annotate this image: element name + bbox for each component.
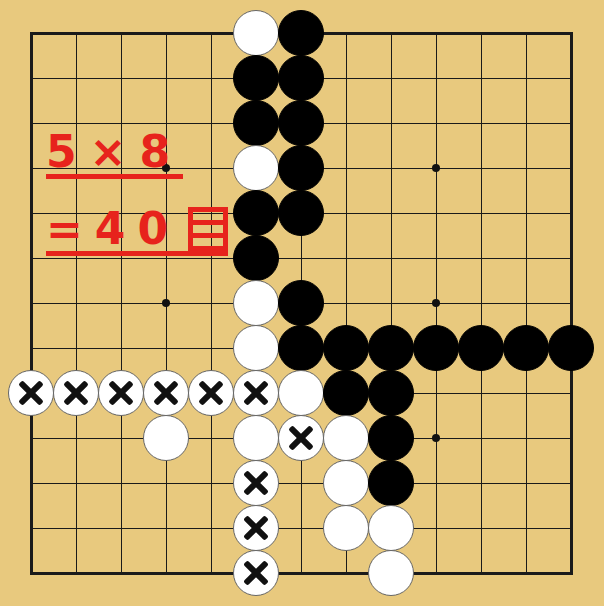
x-mark-icon [240,512,272,544]
black-stone[interactable] [413,325,459,371]
white-stone-marked[interactable] [8,370,54,416]
white-stone[interactable] [233,325,279,371]
x-mark-icon [105,377,137,409]
x-mark-icon [195,377,227,409]
grid-line-vertical [570,32,573,575]
black-stone[interactable] [278,325,324,371]
annotation-line2-text: =40 [46,203,180,254]
white-stone[interactable] [368,505,414,551]
grid-line-horizontal [30,572,573,575]
white-stone-marked[interactable] [233,505,279,551]
black-stone[interactable] [233,190,279,236]
white-stone[interactable] [278,370,324,416]
white-stone[interactable] [233,280,279,326]
black-stone[interactable] [323,370,369,416]
black-stone[interactable] [368,370,414,416]
x-mark-icon [240,557,272,589]
black-stone[interactable] [278,280,324,326]
x-mark-icon [150,377,182,409]
moku-character-glyph [188,207,228,251]
x-mark-icon [240,377,272,409]
x-mark-icon [15,377,47,409]
white-stone[interactable] [323,505,369,551]
white-stone[interactable] [233,145,279,191]
white-stone[interactable] [233,10,279,56]
annotation-line1: 5×8 [46,130,183,179]
white-stone[interactable] [323,460,369,506]
star-point [432,299,440,307]
annotation-line2: =40 [46,207,228,256]
white-stone-marked[interactable] [278,415,324,461]
black-stone[interactable] [368,325,414,371]
black-stone[interactable] [233,55,279,101]
star-point [432,164,440,172]
grid-line-vertical [481,32,482,575]
black-stone[interactable] [323,325,369,371]
white-stone-marked[interactable] [53,370,99,416]
black-stone[interactable] [458,325,504,371]
black-stone[interactable] [368,460,414,506]
white-stone-marked[interactable] [143,370,189,416]
star-point [162,299,170,307]
white-stone[interactable] [368,550,414,596]
white-stone-marked[interactable] [233,460,279,506]
black-stone[interactable] [233,100,279,146]
star-point [432,434,440,442]
white-stone[interactable] [143,415,189,461]
white-stone[interactable] [323,415,369,461]
grid-line-vertical [526,32,527,575]
white-stone-marked[interactable] [98,370,144,416]
black-stone[interactable] [278,100,324,146]
x-mark-icon [60,377,92,409]
black-stone[interactable] [278,10,324,56]
go-board-diagram: 5×8 =40 [0,0,604,606]
grid-line-horizontal [30,528,573,529]
black-stone[interactable] [368,415,414,461]
x-mark-icon [285,422,317,454]
black-stone[interactable] [278,145,324,191]
black-stone[interactable] [548,325,594,371]
white-stone-marked[interactable] [188,370,234,416]
black-stone[interactable] [278,55,324,101]
black-stone[interactable] [233,235,279,281]
white-stone[interactable] [233,415,279,461]
x-mark-icon [240,467,272,499]
black-stone[interactable] [278,190,324,236]
grid-line-horizontal [30,483,573,484]
white-stone-marked[interactable] [233,550,279,596]
white-stone-marked[interactable] [233,370,279,416]
black-stone[interactable] [503,325,549,371]
